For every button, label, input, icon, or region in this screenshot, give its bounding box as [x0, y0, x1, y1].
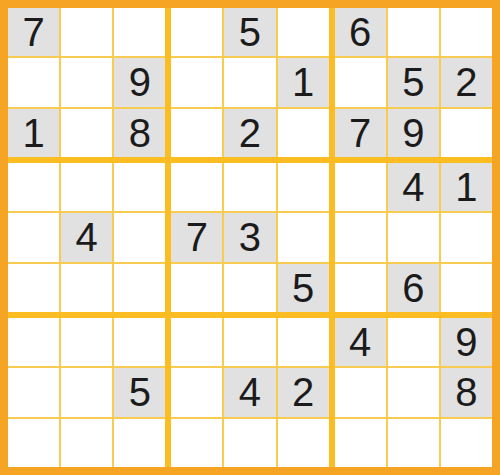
cell-r1c4[interactable]	[171, 8, 222, 56]
cell-r9c9[interactable]	[441, 419, 492, 467]
box-7: 5	[8, 318, 165, 467]
cell-r2c9[interactable]: 2	[441, 58, 492, 106]
cell-r2c5[interactable]	[224, 58, 275, 106]
box-4: 4	[8, 163, 165, 312]
cell-r4c3[interactable]	[114, 163, 165, 211]
box-8: 42	[171, 318, 328, 467]
cell-r8c7[interactable]	[335, 368, 386, 416]
cell-r2c4[interactable]	[171, 58, 222, 106]
cell-r9c3[interactable]	[114, 419, 165, 467]
cell-r5c9[interactable]	[441, 213, 492, 261]
cell-r6c2[interactable]	[61, 264, 112, 312]
cell-r5c4[interactable]: 7	[171, 213, 222, 261]
cell-r7c7[interactable]: 4	[335, 318, 386, 366]
box-2: 512	[171, 8, 328, 157]
cell-r5c7[interactable]	[335, 213, 386, 261]
cell-r2c3[interactable]: 9	[114, 58, 165, 106]
cell-r4c4[interactable]	[171, 163, 222, 211]
cell-r5c2[interactable]: 4	[61, 213, 112, 261]
cell-r6c9[interactable]	[441, 264, 492, 312]
cell-r1c5[interactable]: 5	[224, 8, 275, 56]
cell-r6c6[interactable]: 5	[278, 264, 329, 312]
cell-r6c8[interactable]: 6	[388, 264, 439, 312]
cell-r2c2[interactable]	[61, 58, 112, 106]
cell-r2c8[interactable]: 5	[388, 58, 439, 106]
cell-r1c7[interactable]: 6	[335, 8, 386, 56]
cell-r4c8[interactable]: 4	[388, 163, 439, 211]
cell-r1c6[interactable]	[278, 8, 329, 56]
cell-r3c3[interactable]: 8	[114, 109, 165, 157]
cell-r7c4[interactable]	[171, 318, 222, 366]
cell-r1c3[interactable]	[114, 8, 165, 56]
cell-r5c8[interactable]	[388, 213, 439, 261]
cell-r6c4[interactable]	[171, 264, 222, 312]
cell-r6c1[interactable]	[8, 264, 59, 312]
cell-r5c6[interactable]	[278, 213, 329, 261]
cell-r6c7[interactable]	[335, 264, 386, 312]
cell-r7c9[interactable]: 9	[441, 318, 492, 366]
cell-r9c4[interactable]	[171, 419, 222, 467]
cell-r3c5[interactable]: 2	[224, 109, 275, 157]
cell-r9c2[interactable]	[61, 419, 112, 467]
cell-r1c9[interactable]	[441, 8, 492, 56]
cell-r4c5[interactable]	[224, 163, 275, 211]
cell-r4c6[interactable]	[278, 163, 329, 211]
cell-r7c6[interactable]	[278, 318, 329, 366]
cell-r2c7[interactable]	[335, 58, 386, 106]
cell-r3c7[interactable]: 7	[335, 109, 386, 157]
cell-r3c9[interactable]	[441, 109, 492, 157]
cell-r8c9[interactable]: 8	[441, 368, 492, 416]
cell-r4c2[interactable]	[61, 163, 112, 211]
cell-r3c4[interactable]	[171, 109, 222, 157]
cell-r8c4[interactable]	[171, 368, 222, 416]
cell-r8c6[interactable]: 2	[278, 368, 329, 416]
cell-r8c1[interactable]	[8, 368, 59, 416]
cell-r1c2[interactable]	[61, 8, 112, 56]
cell-r3c2[interactable]	[61, 109, 112, 157]
cell-r7c5[interactable]	[224, 318, 275, 366]
cell-r4c7[interactable]	[335, 163, 386, 211]
cell-r9c7[interactable]	[335, 419, 386, 467]
cell-r7c2[interactable]	[61, 318, 112, 366]
box-3: 65279	[335, 8, 492, 157]
box-6: 416	[335, 163, 492, 312]
cell-r4c1[interactable]	[8, 163, 59, 211]
cell-r8c3[interactable]: 5	[114, 368, 165, 416]
cell-r3c1[interactable]: 1	[8, 109, 59, 157]
cell-r7c1[interactable]	[8, 318, 59, 366]
cell-r2c1[interactable]	[8, 58, 59, 106]
cell-r3c8[interactable]: 9	[388, 109, 439, 157]
cell-r1c1[interactable]: 7	[8, 8, 59, 56]
cell-r3c6[interactable]	[278, 109, 329, 157]
cell-r2c6[interactable]: 1	[278, 58, 329, 106]
cell-r6c3[interactable]	[114, 264, 165, 312]
cell-r7c8[interactable]	[388, 318, 439, 366]
cell-r5c5[interactable]: 3	[224, 213, 275, 261]
cell-r4c9[interactable]: 1	[441, 163, 492, 211]
cell-r9c8[interactable]	[388, 419, 439, 467]
cell-r5c3[interactable]	[114, 213, 165, 261]
cell-r7c3[interactable]	[114, 318, 165, 366]
cell-r9c5[interactable]	[224, 419, 275, 467]
cell-r8c8[interactable]	[388, 368, 439, 416]
cell-r8c2[interactable]	[61, 368, 112, 416]
box-1: 7918	[8, 8, 165, 157]
box-5: 735	[171, 163, 328, 312]
cell-r6c5[interactable]	[224, 264, 275, 312]
cell-r1c8[interactable]	[388, 8, 439, 56]
cell-r9c6[interactable]	[278, 419, 329, 467]
cell-r8c5[interactable]: 4	[224, 368, 275, 416]
cell-r5c1[interactable]	[8, 213, 59, 261]
cell-r9c1[interactable]	[8, 419, 59, 467]
sudoku-board: 7918512652794735416542498	[0, 0, 500, 475]
box-9: 498	[335, 318, 492, 467]
